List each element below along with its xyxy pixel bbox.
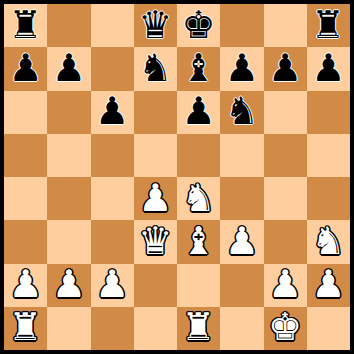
square-d7[interactable]: ♞	[134, 47, 177, 90]
square-a4[interactable]	[4, 177, 47, 220]
square-h4[interactable]	[307, 177, 350, 220]
square-f5[interactable]	[220, 134, 263, 177]
square-g1[interactable]: ♚	[264, 307, 307, 350]
square-h7[interactable]: ♟	[307, 47, 350, 90]
chess-board: ♜♛♚♜♟♟♞♝♟♟♟♟♟♞♟♞♛♝♟♞♟♟♟♟♟♜♜♚	[4, 4, 350, 350]
square-c3[interactable]	[91, 220, 134, 263]
square-g6[interactable]	[264, 91, 307, 134]
piece-black-pawn[interactable]: ♟	[268, 49, 302, 87]
square-d5[interactable]	[134, 134, 177, 177]
piece-black-pawn[interactable]: ♟	[95, 92, 129, 130]
square-d3[interactable]: ♛	[134, 220, 177, 263]
square-e2[interactable]	[177, 264, 220, 307]
square-a7[interactable]: ♟	[4, 47, 47, 90]
square-a3[interactable]	[4, 220, 47, 263]
piece-black-pawn[interactable]: ♟	[311, 49, 345, 87]
square-d1[interactable]	[134, 307, 177, 350]
piece-white-pawn[interactable]: ♟	[9, 265, 43, 303]
square-h2[interactable]: ♟	[307, 264, 350, 307]
chess-board-frame: ♜♛♚♜♟♟♞♝♟♟♟♟♟♞♟♞♛♝♟♞♟♟♟♟♟♜♜♚	[0, 0, 354, 354]
piece-black-knight[interactable]: ♞	[225, 92, 259, 130]
square-f7[interactable]: ♟	[220, 47, 263, 90]
square-g7[interactable]: ♟	[264, 47, 307, 90]
piece-black-pawn[interactable]: ♟	[52, 49, 86, 87]
square-f6[interactable]: ♞	[220, 91, 263, 134]
piece-white-bishop[interactable]: ♝	[182, 222, 216, 260]
square-c6[interactable]: ♟	[91, 91, 134, 134]
square-f2[interactable]	[220, 264, 263, 307]
square-b5[interactable]	[47, 134, 90, 177]
piece-black-rook[interactable]: ♜	[9, 6, 43, 44]
square-f4[interactable]	[220, 177, 263, 220]
square-b8[interactable]	[47, 4, 90, 47]
piece-black-rook[interactable]: ♜	[311, 6, 345, 44]
square-d4[interactable]: ♟	[134, 177, 177, 220]
square-g5[interactable]	[264, 134, 307, 177]
square-f8[interactable]	[220, 4, 263, 47]
square-e3[interactable]: ♝	[177, 220, 220, 263]
square-b1[interactable]	[47, 307, 90, 350]
piece-white-knight[interactable]: ♞	[182, 179, 216, 217]
square-e6[interactable]: ♟	[177, 91, 220, 134]
square-h3[interactable]: ♞	[307, 220, 350, 263]
square-a2[interactable]: ♟	[4, 264, 47, 307]
square-d2[interactable]	[134, 264, 177, 307]
square-d6[interactable]	[134, 91, 177, 134]
piece-black-bishop[interactable]: ♝	[182, 49, 216, 87]
square-g4[interactable]	[264, 177, 307, 220]
square-e8[interactable]: ♚	[177, 4, 220, 47]
piece-black-pawn[interactable]: ♟	[225, 49, 259, 87]
square-b7[interactable]: ♟	[47, 47, 90, 90]
square-b3[interactable]	[47, 220, 90, 263]
square-h6[interactable]	[307, 91, 350, 134]
square-c2[interactable]: ♟	[91, 264, 134, 307]
square-b2[interactable]: ♟	[47, 264, 90, 307]
square-a8[interactable]: ♜	[4, 4, 47, 47]
square-h1[interactable]	[307, 307, 350, 350]
square-e1[interactable]: ♜	[177, 307, 220, 350]
piece-white-king[interactable]: ♚	[268, 308, 302, 346]
piece-white-rook[interactable]: ♜	[182, 308, 216, 346]
square-c5[interactable]	[91, 134, 134, 177]
square-b4[interactable]	[47, 177, 90, 220]
piece-white-knight[interactable]: ♞	[311, 222, 345, 260]
piece-white-pawn[interactable]: ♟	[225, 222, 259, 260]
square-f1[interactable]	[220, 307, 263, 350]
square-h8[interactable]: ♜	[307, 4, 350, 47]
square-b6[interactable]	[47, 91, 90, 134]
piece-white-pawn[interactable]: ♟	[311, 265, 345, 303]
piece-white-pawn[interactable]: ♟	[138, 179, 172, 217]
square-g2[interactable]: ♟	[264, 264, 307, 307]
piece-black-pawn[interactable]: ♟	[182, 92, 216, 130]
square-g3[interactable]	[264, 220, 307, 263]
square-c8[interactable]	[91, 4, 134, 47]
square-e7[interactable]: ♝	[177, 47, 220, 90]
square-a6[interactable]	[4, 91, 47, 134]
square-h5[interactable]	[307, 134, 350, 177]
square-d8[interactable]: ♛	[134, 4, 177, 47]
piece-black-pawn[interactable]: ♟	[9, 49, 43, 87]
piece-white-pawn[interactable]: ♟	[268, 265, 302, 303]
piece-white-rook[interactable]: ♜	[9, 308, 43, 346]
square-c7[interactable]	[91, 47, 134, 90]
square-e4[interactable]: ♞	[177, 177, 220, 220]
square-a5[interactable]	[4, 134, 47, 177]
square-c1[interactable]	[91, 307, 134, 350]
piece-black-queen[interactable]: ♛	[138, 6, 172, 44]
square-a1[interactable]: ♜	[4, 307, 47, 350]
square-g8[interactable]	[264, 4, 307, 47]
square-e5[interactable]	[177, 134, 220, 177]
piece-white-queen[interactable]: ♛	[138, 222, 172, 260]
piece-black-knight[interactable]: ♞	[138, 49, 172, 87]
piece-black-king[interactable]: ♚	[182, 6, 216, 44]
piece-white-pawn[interactable]: ♟	[95, 265, 129, 303]
piece-white-pawn[interactable]: ♟	[52, 265, 86, 303]
square-c4[interactable]	[91, 177, 134, 220]
square-f3[interactable]: ♟	[220, 220, 263, 263]
